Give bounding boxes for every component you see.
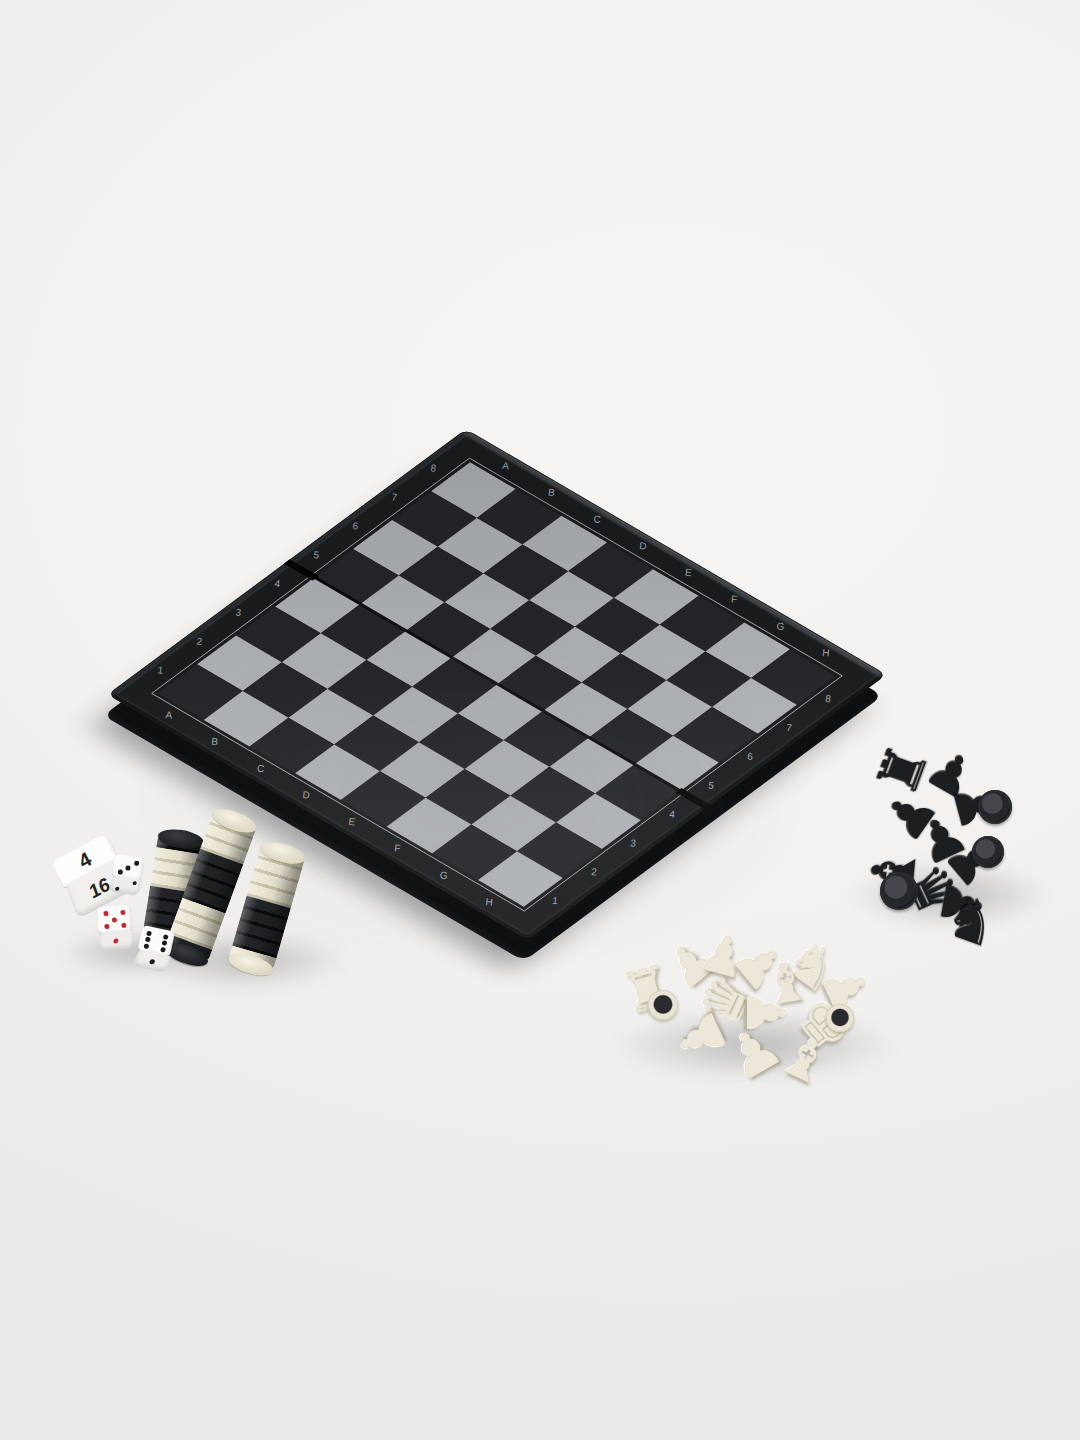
white-piece-base-magnet	[826, 1004, 854, 1032]
rank-label-left-8: 8	[430, 462, 437, 474]
product-photo-scene: AA88BB77CC66DD55EE44FF33GG22HH11 ♜♟♟♟♟♝♟…	[0, 0, 1080, 1440]
die-top-face-5	[97, 905, 133, 934]
rank-label-left-2: 2	[196, 636, 203, 648]
white-piece-base-magnet	[648, 990, 678, 1020]
hinge-notch-left	[284, 559, 319, 580]
rank-label-left-7: 7	[391, 491, 398, 503]
die-pip	[160, 946, 166, 952]
file-label-top-B: B	[547, 486, 555, 498]
die-1	[110, 854, 145, 896]
die-pip	[163, 934, 169, 940]
die-pip	[120, 910, 125, 915]
die-pip	[145, 936, 151, 942]
file-label-top-G: G	[776, 620, 785, 632]
die-pip	[133, 860, 139, 866]
file-label-top-E: E	[685, 567, 693, 579]
die-pip	[132, 881, 137, 885]
die-pip	[114, 887, 119, 891]
die-front-face-1	[98, 931, 134, 952]
die-pip	[144, 943, 150, 949]
rank-label-left-1: 1	[157, 664, 164, 676]
rank-label-right-8: 8	[825, 693, 832, 705]
rank-label-left-3: 3	[235, 607, 242, 619]
rank-label-left-5: 5	[313, 549, 320, 561]
die-pip	[103, 911, 108, 916]
die-pip	[104, 924, 109, 929]
die-pip	[113, 938, 119, 943]
die-2	[97, 905, 134, 951]
die-pip	[121, 923, 126, 928]
die-pip	[146, 930, 152, 936]
die-pip	[149, 958, 156, 964]
black-piece-base-magnet	[972, 836, 1004, 868]
file-label-top-A: A	[502, 460, 510, 472]
file-label-top-C: C	[593, 513, 602, 525]
die-pip	[117, 869, 123, 875]
black-piece-base-magnet	[880, 872, 918, 910]
die-pip	[112, 917, 117, 922]
rank-label-left-4: 4	[274, 578, 281, 590]
file-label-top-F: F	[730, 593, 738, 605]
file-label-top-D: D	[639, 540, 648, 552]
die-pip	[125, 865, 131, 871]
die-pip	[161, 940, 167, 946]
file-label-top-H: H	[822, 647, 831, 659]
rank-label-left-6: 6	[352, 520, 359, 532]
black-piece-base-magnet	[978, 790, 1012, 824]
